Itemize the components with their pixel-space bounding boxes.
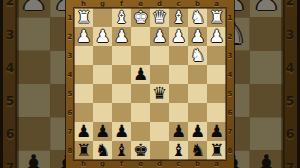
white-bishop[interactable]: ♝	[171, 9, 186, 26]
rank-label-6-left: 6	[66, 103, 74, 122]
chess-app-window: hgfedcba1♜♝♚♛♝♞♜12♟♟♟♟♟♟♟23♞34♟45♛5667♟♟…	[0, 0, 300, 168]
board-corner	[66, 160, 74, 168]
black-pawn[interactable]: ♟	[76, 123, 91, 140]
black-pawn[interactable]: ♟	[209, 123, 224, 140]
square-h5[interactable]	[74, 84, 93, 103]
board-corner	[66, 0, 74, 8]
white-knight[interactable]: ♞	[190, 9, 205, 26]
file-label-g-top: g	[93, 0, 112, 8]
rank-label-2-right: 2	[226, 27, 234, 46]
file-label-b-bottom: b	[188, 160, 207, 168]
white-pawn[interactable]: ♟	[95, 28, 110, 45]
black-king[interactable]: ♚	[133, 142, 148, 159]
white-pawn[interactable]: ♟	[190, 28, 205, 45]
square-g8[interactable]: ♞	[93, 141, 112, 160]
black-rook[interactable]: ♜	[209, 142, 224, 159]
square-g1[interactable]	[93, 8, 112, 27]
white-pawn[interactable]: ♟	[171, 28, 186, 45]
white-bishop[interactable]: ♝	[114, 9, 129, 26]
square-a6[interactable]	[207, 103, 226, 122]
file-label-d-bottom: d	[150, 160, 169, 168]
black-pawn[interactable]: ♟	[171, 123, 186, 140]
file-label-e-bottom: e	[131, 160, 150, 168]
square-a7[interactable]: ♟	[207, 122, 226, 141]
square-e6[interactable]	[131, 103, 150, 122]
square-g4[interactable]	[93, 65, 112, 84]
square-d4[interactable]	[150, 65, 169, 84]
square-b1[interactable]: ♞	[188, 8, 207, 27]
square-c3[interactable]	[169, 46, 188, 65]
black-queen[interactable]: ♛	[152, 85, 167, 102]
rank-label-2-left: 2	[66, 27, 74, 46]
file-label-a-bottom: a	[207, 160, 226, 168]
square-b2[interactable]: ♟	[188, 27, 207, 46]
white-rook[interactable]: ♜	[209, 9, 224, 26]
square-a2[interactable]: ♟	[207, 27, 226, 46]
square-f3[interactable]	[112, 46, 131, 65]
square-b7[interactable]: ♟	[188, 122, 207, 141]
square-d6[interactable]	[150, 103, 169, 122]
black-rook[interactable]: ♜	[76, 142, 91, 159]
square-d5[interactable]: ♛	[150, 84, 169, 103]
rank-label-5-left: 5	[66, 84, 74, 103]
black-knight[interactable]: ♞	[95, 142, 110, 159]
white-king[interactable]: ♚	[133, 9, 148, 26]
square-c2[interactable]: ♟	[169, 27, 188, 46]
square-b4[interactable]	[188, 65, 207, 84]
rank-label-5-right: 5	[226, 84, 234, 103]
black-bishop[interactable]: ♝	[114, 142, 129, 159]
white-pawn[interactable]: ♟	[114, 28, 129, 45]
black-bishop[interactable]: ♝	[171, 142, 186, 159]
black-knight[interactable]: ♞	[190, 142, 205, 159]
file-label-c-bottom: c	[169, 160, 188, 168]
rank-label-3-left: 3	[66, 46, 74, 65]
rank-label-4-left: 4	[66, 65, 74, 84]
rank-label-1-left: 1	[66, 8, 74, 27]
main-chessboard: hgfedcba1♜♝♚♛♝♞♜12♟♟♟♟♟♟♟23♞34♟45♛5667♟♟…	[66, 0, 234, 168]
white-rook[interactable]: ♜	[76, 9, 91, 26]
square-e8[interactable]: ♚	[131, 141, 150, 160]
rank-label-7-right: 7	[226, 122, 234, 141]
square-g5[interactable]	[93, 84, 112, 103]
square-a5[interactable]	[207, 84, 226, 103]
rank-label-3-right: 3	[226, 46, 234, 65]
square-h8[interactable]: ♜	[74, 141, 93, 160]
square-g6[interactable]	[93, 103, 112, 122]
square-h1[interactable]: ♜	[74, 8, 93, 27]
square-g3[interactable]	[93, 46, 112, 65]
white-pawn[interactable]: ♟	[76, 28, 91, 45]
square-g2[interactable]: ♟	[93, 27, 112, 46]
board-corner	[226, 0, 234, 8]
square-d2[interactable]: ♟	[150, 27, 169, 46]
rank-label-8-left: 8	[66, 141, 74, 160]
square-h6[interactable]	[74, 103, 93, 122]
square-b6[interactable]	[188, 103, 207, 122]
square-c8[interactable]: ♝	[169, 141, 188, 160]
square-e4[interactable]: ♟	[131, 65, 150, 84]
file-label-h-bottom: h	[74, 160, 93, 168]
board-corner	[226, 160, 234, 168]
rank-label-4-right: 4	[226, 65, 234, 84]
square-e2[interactable]	[131, 27, 150, 46]
square-f2[interactable]: ♟	[112, 27, 131, 46]
square-a3[interactable]	[207, 46, 226, 65]
square-b8[interactable]: ♞	[188, 141, 207, 160]
square-c1[interactable]: ♝	[169, 8, 188, 27]
square-h2[interactable]: ♟	[74, 27, 93, 46]
white-knight[interactable]: ♞	[190, 47, 205, 64]
square-c5[interactable]	[169, 84, 188, 103]
white-pawn[interactable]: ♟	[209, 28, 224, 45]
square-h3[interactable]	[74, 46, 93, 65]
rank-label-7-left: 7	[66, 122, 74, 141]
white-queen[interactable]: ♛	[152, 9, 167, 26]
square-f1[interactable]: ♝	[112, 8, 131, 27]
square-e7[interactable]	[131, 122, 150, 141]
rank-label-6-right: 6	[226, 103, 234, 122]
file-label-g-bottom: g	[93, 160, 112, 168]
square-f4[interactable]	[112, 65, 131, 84]
square-e5[interactable]	[131, 84, 150, 103]
square-f7[interactable]: ♟	[112, 122, 131, 141]
black-pawn[interactable]: ♟	[190, 123, 205, 140]
black-pawn[interactable]: ♟	[114, 123, 129, 140]
square-b3[interactable]: ♞	[188, 46, 207, 65]
square-d3[interactable]	[150, 46, 169, 65]
square-e1[interactable]: ♚	[131, 8, 150, 27]
square-c7[interactable]: ♟	[169, 122, 188, 141]
square-a8[interactable]: ♜	[207, 141, 226, 160]
black-pawn[interactable]: ♟	[133, 66, 148, 83]
square-a1[interactable]: ♜	[207, 8, 226, 27]
square-f8[interactable]: ♝	[112, 141, 131, 160]
rank-label-1-right: 1	[226, 8, 234, 27]
square-c4[interactable]	[169, 65, 188, 84]
black-pawn[interactable]: ♟	[95, 123, 110, 140]
rank-label-8-right: 8	[226, 141, 234, 160]
square-c6[interactable]	[169, 103, 188, 122]
square-g7[interactable]: ♟	[93, 122, 112, 141]
square-d1[interactable]: ♛	[150, 8, 169, 27]
square-d8[interactable]	[150, 141, 169, 160]
square-a4[interactable]	[207, 65, 226, 84]
square-f6[interactable]	[112, 103, 131, 122]
square-h4[interactable]	[74, 65, 93, 84]
square-e3[interactable]	[131, 46, 150, 65]
square-f5[interactable]	[112, 84, 131, 103]
square-h7[interactable]: ♟	[74, 122, 93, 141]
square-d7[interactable]	[150, 122, 169, 141]
white-pawn[interactable]: ♟	[152, 28, 167, 45]
file-label-f-bottom: f	[112, 160, 131, 168]
square-b5[interactable]	[188, 84, 207, 103]
